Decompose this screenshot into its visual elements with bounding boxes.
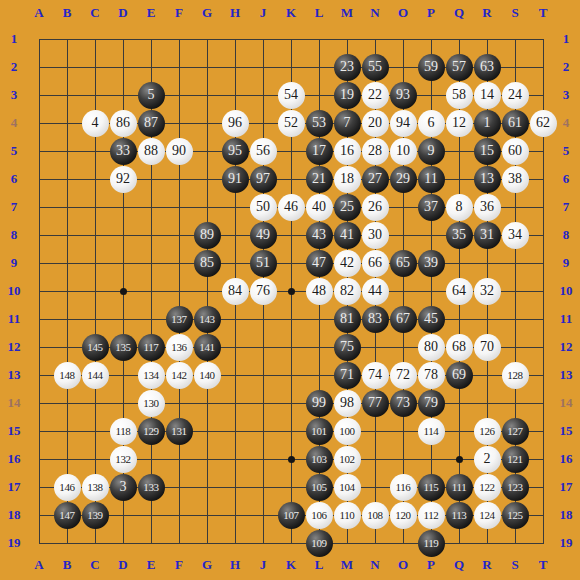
black-stone-move-33[interactable]: 33 (110, 138, 137, 165)
intersection-s17[interactable]: 123 (501, 473, 529, 501)
intersection-n19[interactable] (361, 529, 389, 557)
intersection-h8[interactable] (221, 221, 249, 249)
intersection-d18[interactable] (109, 501, 137, 529)
intersection-j8[interactable]: 49 (249, 221, 277, 249)
intersection-j2[interactable] (249, 53, 277, 81)
white-stone-move-6[interactable]: 6 (418, 110, 445, 137)
white-stone-move-116[interactable]: 116 (390, 474, 417, 501)
intersection-o7[interactable] (389, 193, 417, 221)
intersection-s12[interactable] (501, 333, 529, 361)
intersection-e17[interactable]: 133 (137, 473, 165, 501)
intersection-h12[interactable] (221, 333, 249, 361)
intersection-b14[interactable] (53, 389, 81, 417)
intersection-k15[interactable] (277, 417, 305, 445)
intersection-o11[interactable]: 67 (389, 305, 417, 333)
white-stone-move-12[interactable]: 12 (446, 110, 473, 137)
intersection-n4[interactable]: 20 (361, 109, 389, 137)
intersection-e1[interactable] (137, 25, 165, 53)
intersection-m3[interactable]: 19 (333, 81, 361, 109)
black-stone-move-103[interactable]: 103 (306, 446, 333, 473)
intersection-c1[interactable] (81, 25, 109, 53)
intersection-n16[interactable] (361, 445, 389, 473)
intersection-f3[interactable] (165, 81, 193, 109)
intersection-q3[interactable]: 58 (445, 81, 473, 109)
intersection-e13[interactable]: 134 (137, 361, 165, 389)
intersection-q1[interactable] (445, 25, 473, 53)
intersection-j3[interactable] (249, 81, 277, 109)
intersection-s8[interactable]: 34 (501, 221, 529, 249)
intersection-o19[interactable] (389, 529, 417, 557)
intersection-l11[interactable] (305, 305, 333, 333)
intersection-e16[interactable] (137, 445, 165, 473)
intersection-r16[interactable]: 2 (473, 445, 501, 473)
white-stone-move-14[interactable]: 14 (474, 82, 501, 109)
white-stone-move-144[interactable]: 144 (82, 362, 109, 389)
intersection-l6[interactable]: 21 (305, 165, 333, 193)
white-stone-move-24[interactable]: 24 (502, 82, 529, 109)
intersection-l5[interactable]: 17 (305, 137, 333, 165)
intersection-s16[interactable]: 121 (501, 445, 529, 473)
intersection-a17[interactable] (25, 473, 53, 501)
white-stone-move-134[interactable]: 134 (138, 362, 165, 389)
intersection-k3[interactable]: 54 (277, 81, 305, 109)
black-stone-move-11[interactable]: 11 (418, 166, 445, 193)
black-stone-move-49[interactable]: 49 (250, 222, 277, 249)
black-stone-move-91[interactable]: 91 (222, 166, 249, 193)
white-stone-move-82[interactable]: 82 (334, 278, 361, 305)
black-stone-move-117[interactable]: 117 (138, 334, 165, 361)
intersection-o6[interactable]: 29 (389, 165, 417, 193)
intersection-g17[interactable] (193, 473, 221, 501)
intersection-p14[interactable]: 79 (417, 389, 445, 417)
intersection-h4[interactable]: 96 (221, 109, 249, 137)
black-stone-move-27[interactable]: 27 (362, 166, 389, 193)
intersection-h17[interactable] (221, 473, 249, 501)
intersection-a18[interactable] (25, 501, 53, 529)
intersection-t10[interactable] (529, 277, 557, 305)
intersection-p9[interactable]: 39 (417, 249, 445, 277)
black-stone-move-1[interactable]: 1 (474, 110, 501, 137)
intersection-r17[interactable]: 122 (473, 473, 501, 501)
intersection-p7[interactable]: 37 (417, 193, 445, 221)
intersection-g13[interactable]: 140 (193, 361, 221, 389)
intersection-a5[interactable] (25, 137, 53, 165)
intersection-m15[interactable]: 100 (333, 417, 361, 445)
intersection-d12[interactable]: 135 (109, 333, 137, 361)
intersection-e14[interactable]: 130 (137, 389, 165, 417)
intersection-a14[interactable] (25, 389, 53, 417)
intersection-f11[interactable]: 137 (165, 305, 193, 333)
black-stone-move-23[interactable]: 23 (334, 54, 361, 81)
intersection-c7[interactable] (81, 193, 109, 221)
intersection-s18[interactable]: 125 (501, 501, 529, 529)
white-stone-move-60[interactable]: 60 (502, 138, 529, 165)
intersection-n8[interactable]: 30 (361, 221, 389, 249)
white-stone-move-128[interactable]: 128 (502, 362, 529, 389)
intersection-c16[interactable] (81, 445, 109, 473)
white-stone-move-146[interactable]: 146 (54, 474, 81, 501)
intersection-m17[interactable]: 104 (333, 473, 361, 501)
black-stone-move-15[interactable]: 15 (474, 138, 501, 165)
intersection-c18[interactable]: 139 (81, 501, 109, 529)
intersection-a7[interactable] (25, 193, 53, 221)
intersection-l3[interactable] (305, 81, 333, 109)
black-stone-move-81[interactable]: 81 (334, 306, 361, 333)
white-stone-move-62[interactable]: 62 (530, 110, 557, 137)
white-stone-move-32[interactable]: 32 (474, 278, 501, 305)
white-stone-move-96[interactable]: 96 (222, 110, 249, 137)
intersection-m9[interactable]: 42 (333, 249, 361, 277)
black-stone-move-59[interactable]: 59 (418, 54, 445, 81)
intersection-r4[interactable]: 1 (473, 109, 501, 137)
intersection-t11[interactable] (529, 305, 557, 333)
intersection-j6[interactable]: 97 (249, 165, 277, 193)
intersection-l9[interactable]: 47 (305, 249, 333, 277)
intersection-t19[interactable] (529, 529, 557, 557)
intersection-q16[interactable] (445, 445, 473, 473)
intersection-c5[interactable] (81, 137, 109, 165)
intersection-t1[interactable] (529, 25, 557, 53)
black-stone-move-51[interactable]: 51 (250, 250, 277, 277)
intersection-k6[interactable] (277, 165, 305, 193)
intersection-a9[interactable] (25, 249, 53, 277)
intersection-q12[interactable]: 68 (445, 333, 473, 361)
intersection-a4[interactable] (25, 109, 53, 137)
intersection-h6[interactable]: 91 (221, 165, 249, 193)
black-stone-move-105[interactable]: 105 (306, 474, 333, 501)
black-stone-move-37[interactable]: 37 (418, 194, 445, 221)
intersection-r6[interactable]: 13 (473, 165, 501, 193)
intersection-n13[interactable]: 74 (361, 361, 389, 389)
intersection-l10[interactable]: 48 (305, 277, 333, 305)
white-stone-move-104[interactable]: 104 (334, 474, 361, 501)
intersection-n14[interactable]: 77 (361, 389, 389, 417)
black-stone-move-129[interactable]: 129 (138, 418, 165, 445)
intersection-q15[interactable] (445, 417, 473, 445)
intersection-b15[interactable] (53, 417, 81, 445)
black-stone-move-97[interactable]: 97 (250, 166, 277, 193)
intersection-q18[interactable]: 113 (445, 501, 473, 529)
intersection-e6[interactable] (137, 165, 165, 193)
intersection-q6[interactable] (445, 165, 473, 193)
intersection-l1[interactable] (305, 25, 333, 53)
intersection-d10[interactable] (109, 277, 137, 305)
intersection-f5[interactable]: 90 (165, 137, 193, 165)
intersection-k13[interactable] (277, 361, 305, 389)
intersection-a19[interactable] (25, 529, 53, 557)
white-stone-move-140[interactable]: 140 (194, 362, 221, 389)
intersection-f7[interactable] (165, 193, 193, 221)
intersection-m5[interactable]: 16 (333, 137, 361, 165)
white-stone-move-84[interactable]: 84 (222, 278, 249, 305)
intersection-r5[interactable]: 15 (473, 137, 501, 165)
white-stone-move-108[interactable]: 108 (362, 502, 389, 529)
intersection-p3[interactable] (417, 81, 445, 109)
intersection-t5[interactable] (529, 137, 557, 165)
black-stone-move-147[interactable]: 147 (54, 502, 81, 529)
intersection-o13[interactable]: 72 (389, 361, 417, 389)
intersection-h2[interactable] (221, 53, 249, 81)
intersection-d19[interactable] (109, 529, 137, 557)
intersection-o17[interactable]: 116 (389, 473, 417, 501)
intersection-o8[interactable] (389, 221, 417, 249)
intersection-g19[interactable] (193, 529, 221, 557)
intersection-r1[interactable] (473, 25, 501, 53)
white-stone-move-148[interactable]: 148 (54, 362, 81, 389)
white-stone-move-98[interactable]: 98 (334, 390, 361, 417)
black-stone-move-7[interactable]: 7 (334, 110, 361, 137)
black-stone-move-19[interactable]: 19 (334, 82, 361, 109)
intersection-p15[interactable]: 114 (417, 417, 445, 445)
intersection-k19[interactable] (277, 529, 305, 557)
black-stone-move-45[interactable]: 45 (418, 306, 445, 333)
intersection-q9[interactable] (445, 249, 473, 277)
white-stone-move-10[interactable]: 10 (390, 138, 417, 165)
intersection-f17[interactable] (165, 473, 193, 501)
intersection-o3[interactable]: 93 (389, 81, 417, 109)
white-stone-move-80[interactable]: 80 (418, 334, 445, 361)
intersection-b8[interactable] (53, 221, 81, 249)
intersection-e2[interactable] (137, 53, 165, 81)
intersection-e19[interactable] (137, 529, 165, 557)
intersection-s5[interactable]: 60 (501, 137, 529, 165)
intersection-t3[interactable] (529, 81, 557, 109)
intersection-d14[interactable] (109, 389, 137, 417)
intersection-s4[interactable]: 61 (501, 109, 529, 137)
intersection-a8[interactable] (25, 221, 53, 249)
intersection-e18[interactable] (137, 501, 165, 529)
intersection-g15[interactable] (193, 417, 221, 445)
intersection-t12[interactable] (529, 333, 557, 361)
black-stone-move-75[interactable]: 75 (334, 334, 361, 361)
white-stone-move-72[interactable]: 72 (390, 362, 417, 389)
intersection-a2[interactable] (25, 53, 53, 81)
black-stone-move-9[interactable]: 9 (418, 138, 445, 165)
intersection-g5[interactable] (193, 137, 221, 165)
intersection-o18[interactable]: 120 (389, 501, 417, 529)
white-stone-move-36[interactable]: 36 (474, 194, 501, 221)
black-stone-move-95[interactable]: 95 (222, 138, 249, 165)
black-stone-move-99[interactable]: 99 (306, 390, 333, 417)
intersection-k7[interactable]: 46 (277, 193, 305, 221)
black-stone-move-137[interactable]: 137 (166, 306, 193, 333)
intersection-b10[interactable] (53, 277, 81, 305)
intersection-d8[interactable] (109, 221, 137, 249)
intersection-o12[interactable] (389, 333, 417, 361)
black-stone-move-83[interactable]: 83 (362, 306, 389, 333)
intersection-g18[interactable] (193, 501, 221, 529)
intersection-t15[interactable] (529, 417, 557, 445)
white-stone-move-18[interactable]: 18 (334, 166, 361, 193)
intersection-k10[interactable] (277, 277, 305, 305)
intersection-b9[interactable] (53, 249, 81, 277)
black-stone-move-47[interactable]: 47 (306, 250, 333, 277)
intersection-h10[interactable]: 84 (221, 277, 249, 305)
intersection-d1[interactable] (109, 25, 137, 53)
intersection-f12[interactable]: 136 (165, 333, 193, 361)
white-stone-move-28[interactable]: 28 (362, 138, 389, 165)
intersection-g11[interactable]: 143 (193, 305, 221, 333)
intersection-g2[interactable] (193, 53, 221, 81)
black-stone-move-3[interactable]: 3 (110, 474, 137, 501)
intersection-s1[interactable] (501, 25, 529, 53)
white-stone-move-34[interactable]: 34 (502, 222, 529, 249)
intersection-p11[interactable]: 45 (417, 305, 445, 333)
intersection-k12[interactable] (277, 333, 305, 361)
white-stone-move-2[interactable]: 2 (474, 446, 501, 473)
white-stone-move-78[interactable]: 78 (418, 362, 445, 389)
black-stone-move-53[interactable]: 53 (306, 110, 333, 137)
intersection-m12[interactable]: 75 (333, 333, 361, 361)
black-stone-move-107[interactable]: 107 (278, 502, 305, 529)
intersection-j9[interactable]: 51 (249, 249, 277, 277)
white-stone-move-74[interactable]: 74 (362, 362, 389, 389)
black-stone-move-21[interactable]: 21 (306, 166, 333, 193)
intersection-r19[interactable] (473, 529, 501, 557)
intersection-g3[interactable] (193, 81, 221, 109)
intersection-k2[interactable] (277, 53, 305, 81)
intersection-r14[interactable] (473, 389, 501, 417)
intersection-s13[interactable]: 128 (501, 361, 529, 389)
intersection-h15[interactable] (221, 417, 249, 445)
intersection-j10[interactable]: 76 (249, 277, 277, 305)
intersection-r11[interactable] (473, 305, 501, 333)
white-stone-move-136[interactable]: 136 (166, 334, 193, 361)
white-stone-move-22[interactable]: 22 (362, 82, 389, 109)
intersection-p2[interactable]: 59 (417, 53, 445, 81)
intersection-j5[interactable]: 56 (249, 137, 277, 165)
intersection-q2[interactable]: 57 (445, 53, 473, 81)
intersection-q7[interactable]: 8 (445, 193, 473, 221)
intersection-r13[interactable] (473, 361, 501, 389)
white-stone-move-118[interactable]: 118 (110, 418, 137, 445)
intersection-b16[interactable] (53, 445, 81, 473)
white-stone-move-94[interactable]: 94 (390, 110, 417, 137)
black-stone-move-67[interactable]: 67 (390, 306, 417, 333)
intersection-l8[interactable]: 43 (305, 221, 333, 249)
intersection-p18[interactable]: 112 (417, 501, 445, 529)
intersection-c9[interactable] (81, 249, 109, 277)
white-stone-move-122[interactable]: 122 (474, 474, 501, 501)
intersection-l13[interactable] (305, 361, 333, 389)
intersection-f19[interactable] (165, 529, 193, 557)
intersection-a6[interactable] (25, 165, 53, 193)
intersection-d13[interactable] (109, 361, 137, 389)
black-stone-move-143[interactable]: 143 (194, 306, 221, 333)
intersection-t13[interactable] (529, 361, 557, 389)
intersection-o4[interactable]: 94 (389, 109, 417, 137)
intersection-c13[interactable]: 144 (81, 361, 109, 389)
intersection-d4[interactable]: 86 (109, 109, 137, 137)
intersection-m2[interactable]: 23 (333, 53, 361, 81)
white-stone-move-90[interactable]: 90 (166, 138, 193, 165)
black-stone-move-41[interactable]: 41 (334, 222, 361, 249)
intersection-m8[interactable]: 41 (333, 221, 361, 249)
intersection-g12[interactable]: 141 (193, 333, 221, 361)
intersection-n15[interactable] (361, 417, 389, 445)
intersection-o2[interactable] (389, 53, 417, 81)
intersection-f2[interactable] (165, 53, 193, 81)
intersection-f8[interactable] (165, 221, 193, 249)
intersection-k18[interactable]: 107 (277, 501, 305, 529)
white-stone-move-68[interactable]: 68 (446, 334, 473, 361)
intersection-h5[interactable]: 95 (221, 137, 249, 165)
intersection-j14[interactable] (249, 389, 277, 417)
intersection-n6[interactable]: 27 (361, 165, 389, 193)
intersection-k9[interactable] (277, 249, 305, 277)
intersection-m16[interactable]: 102 (333, 445, 361, 473)
intersection-f14[interactable] (165, 389, 193, 417)
white-stone-move-86[interactable]: 86 (110, 110, 137, 137)
intersection-t8[interactable] (529, 221, 557, 249)
intersection-c12[interactable]: 145 (81, 333, 109, 361)
intersection-n10[interactable]: 44 (361, 277, 389, 305)
intersection-a10[interactable] (25, 277, 53, 305)
intersection-a1[interactable] (25, 25, 53, 53)
intersection-c2[interactable] (81, 53, 109, 81)
intersection-k14[interactable] (277, 389, 305, 417)
intersection-b4[interactable] (53, 109, 81, 137)
black-stone-move-109[interactable]: 109 (306, 530, 333, 557)
intersection-d5[interactable]: 33 (109, 137, 137, 165)
black-stone-move-131[interactable]: 131 (166, 418, 193, 445)
intersection-h14[interactable] (221, 389, 249, 417)
intersection-n12[interactable] (361, 333, 389, 361)
intersection-k4[interactable]: 52 (277, 109, 305, 137)
intersection-f15[interactable]: 131 (165, 417, 193, 445)
intersection-m7[interactable]: 25 (333, 193, 361, 221)
intersection-r18[interactable]: 124 (473, 501, 501, 529)
intersection-h1[interactable] (221, 25, 249, 53)
intersection-f6[interactable] (165, 165, 193, 193)
intersection-o5[interactable]: 10 (389, 137, 417, 165)
intersection-s9[interactable] (501, 249, 529, 277)
intersection-f10[interactable] (165, 277, 193, 305)
white-stone-move-66[interactable]: 66 (362, 250, 389, 277)
black-stone-move-113[interactable]: 113 (446, 502, 473, 529)
intersection-g4[interactable] (193, 109, 221, 137)
intersection-d9[interactable] (109, 249, 137, 277)
black-stone-move-71[interactable]: 71 (334, 362, 361, 389)
intersection-d16[interactable]: 132 (109, 445, 137, 473)
black-stone-move-29[interactable]: 29 (390, 166, 417, 193)
intersection-c15[interactable] (81, 417, 109, 445)
intersection-d7[interactable] (109, 193, 137, 221)
intersection-q4[interactable]: 12 (445, 109, 473, 137)
black-stone-move-87[interactable]: 87 (138, 110, 165, 137)
white-stone-move-130[interactable]: 130 (138, 390, 165, 417)
intersection-n9[interactable]: 66 (361, 249, 389, 277)
intersection-p16[interactable] (417, 445, 445, 473)
black-stone-move-57[interactable]: 57 (446, 54, 473, 81)
intersection-b11[interactable] (53, 305, 81, 333)
white-stone-move-92[interactable]: 92 (110, 166, 137, 193)
intersection-b5[interactable] (53, 137, 81, 165)
intersection-f18[interactable] (165, 501, 193, 529)
black-stone-move-5[interactable]: 5 (138, 82, 165, 109)
intersection-p13[interactable]: 78 (417, 361, 445, 389)
black-stone-move-77[interactable]: 77 (362, 390, 389, 417)
intersection-g8[interactable]: 89 (193, 221, 221, 249)
white-stone-move-114[interactable]: 114 (418, 418, 445, 445)
intersection-s3[interactable]: 24 (501, 81, 529, 109)
white-stone-move-110[interactable]: 110 (334, 502, 361, 529)
intersection-r12[interactable]: 70 (473, 333, 501, 361)
intersection-q19[interactable] (445, 529, 473, 557)
intersection-k8[interactable] (277, 221, 305, 249)
black-stone-move-135[interactable]: 135 (110, 334, 137, 361)
intersection-n2[interactable]: 55 (361, 53, 389, 81)
